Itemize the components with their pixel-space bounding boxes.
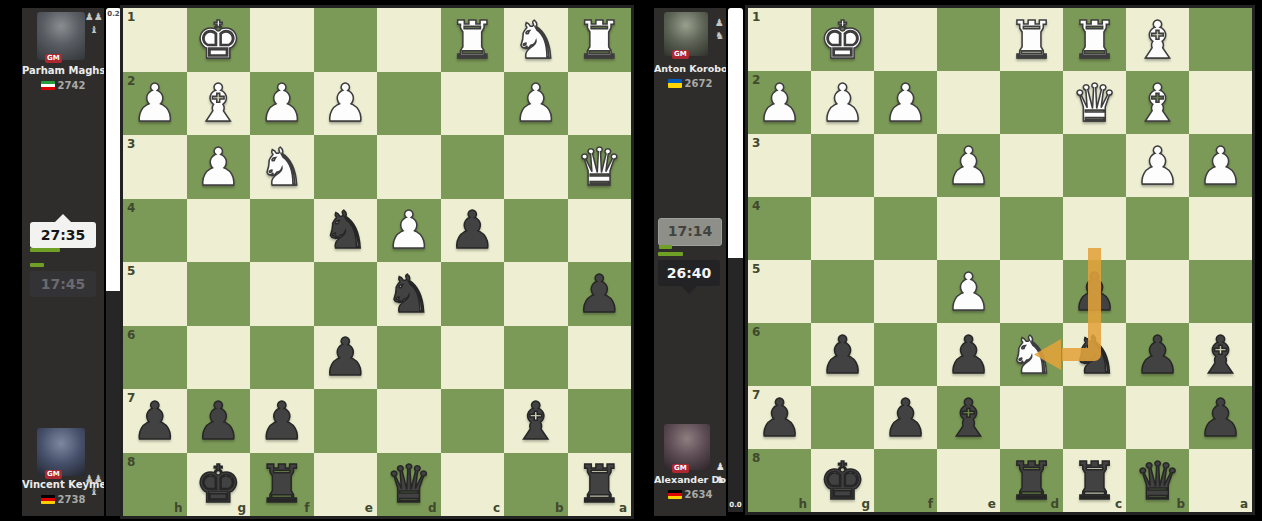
square-g7[interactable] [811, 386, 874, 449]
square-c7[interactable] [1063, 386, 1126, 449]
white-queen[interactable]: ♛ [576, 141, 623, 193]
square-h1[interactable]: 1 [123, 8, 187, 72]
square-c7[interactable] [441, 389, 505, 453]
square-h4[interactable]: 4 [748, 197, 811, 260]
square-c5[interactable]: ♟ [1063, 260, 1126, 323]
player-rating-top: 2672 [654, 78, 726, 89]
player-name-bottom[interactable]: Vincent Keymer [22, 479, 104, 490]
clock-white-player: 27:35 [30, 222, 96, 248]
rank-label-8: 8 [752, 452, 760, 464]
gm-title-badge: GM [45, 54, 62, 63]
file-label-f: f [928, 498, 933, 510]
square-g2[interactable]: ♝ [187, 72, 251, 136]
white-queen[interactable]: ♛ [1071, 77, 1118, 129]
square-d1[interactable] [377, 8, 441, 72]
black-pawn[interactable]: ♟ [1197, 392, 1244, 444]
captured-pawn-icon: ♟ [715, 16, 724, 29]
captured-pawns-icon: ♟♟ [85, 10, 103, 23]
square-c3[interactable] [1063, 134, 1126, 197]
player-photo-bottom[interactable]: GM [664, 424, 710, 470]
player-panel-left: GM ♟♟ ♝ Parham Maghs… 2742 27:35 17:45 G… [22, 8, 104, 516]
square-a1[interactable]: ♜ [568, 8, 632, 72]
rank-label-5: 5 [752, 263, 760, 275]
black-knight[interactable]: ♞ [322, 204, 369, 256]
white-pawn[interactable]: ♟ [258, 77, 305, 129]
square-g3[interactable]: ♟ [187, 135, 251, 199]
square-f8[interactable]: f♜ [250, 453, 314, 517]
square-c8[interactable]: c♜ [1063, 449, 1126, 512]
rank-label-1: 1 [127, 11, 135, 23]
black-knight[interactable]: ♞ [1071, 329, 1118, 381]
gm-title-badge: GM [672, 464, 689, 473]
black-pawn[interactable]: ♟ [449, 204, 496, 256]
square-a5[interactable]: ♟ [568, 262, 632, 326]
white-pawn[interactable]: ♟ [756, 77, 803, 129]
square-d6[interactable] [377, 326, 441, 390]
square-e6[interactable]: ♟ [314, 326, 378, 390]
gm-title-badge: GM [672, 50, 689, 59]
square-b7[interactable]: ♝ [504, 389, 568, 453]
rank-label-5: 5 [127, 265, 135, 277]
flag-ukraine-icon [668, 79, 682, 88]
white-king[interactable]: ♚ [195, 14, 242, 66]
black-queen[interactable]: ♛ [385, 458, 432, 510]
square-e3[interactable] [314, 135, 378, 199]
square-h8[interactable]: 8h [123, 453, 187, 517]
square-d8[interactable]: d♜ [1000, 449, 1063, 512]
square-a2[interactable] [568, 72, 632, 136]
evaluation-value: 0.0 [728, 501, 743, 509]
square-d1[interactable]: ♜ [1000, 8, 1063, 71]
square-a3[interactable]: ♛ [568, 135, 632, 199]
square-b4[interactable] [504, 199, 568, 263]
square-d6[interactable]: ♞ [1000, 323, 1063, 386]
player-name-top[interactable]: Parham Maghs… [22, 65, 104, 76]
white-king[interactable]: ♚ [819, 14, 866, 66]
square-h8[interactable]: 8h [748, 449, 811, 512]
evaluation-value: 0.2 [106, 10, 121, 18]
square-g5[interactable] [187, 262, 251, 326]
square-e5[interactable]: ♟ [937, 260, 1000, 323]
square-c2[interactable]: ♛ [1063, 71, 1126, 134]
square-f1[interactable] [874, 8, 937, 71]
square-a2[interactable] [1189, 71, 1252, 134]
evaluation-bar: 0.2 [106, 8, 121, 516]
square-c3[interactable] [441, 135, 505, 199]
square-e2[interactable] [937, 71, 1000, 134]
square-a5[interactable] [1189, 260, 1252, 323]
square-d4[interactable]: ♟ [377, 199, 441, 263]
black-pawn[interactable]: ♟ [322, 331, 369, 383]
square-e7[interactable] [314, 389, 378, 453]
evaluation-white-fill [728, 8, 743, 258]
black-pawn[interactable]: ♟ [819, 329, 866, 381]
white-knight[interactable]: ♞ [258, 141, 305, 193]
square-g2[interactable]: ♟ [811, 71, 874, 134]
square-a8[interactable]: a [1189, 449, 1252, 512]
square-g7[interactable]: ♟ [187, 389, 251, 453]
player-panel-right: GM ♟ ♞ Anton Korobov 2672 17:14 26:40 GM… [654, 8, 726, 516]
square-c6[interactable] [441, 326, 505, 390]
square-c5[interactable] [441, 262, 505, 326]
white-rook[interactable]: ♜ [1008, 14, 1055, 66]
square-d3[interactable] [1000, 134, 1063, 197]
file-label-c: c [493, 502, 500, 514]
square-g4[interactable] [187, 199, 251, 263]
square-d2[interactable] [1000, 71, 1063, 134]
square-f6[interactable] [250, 326, 314, 390]
rank-label-3: 3 [127, 138, 135, 150]
evaluation-white-fill [106, 8, 121, 291]
square-h3[interactable]: 3 [748, 134, 811, 197]
square-f1[interactable] [250, 8, 314, 72]
white-pawn[interactable]: ♟ [1134, 140, 1181, 192]
square-a4[interactable] [1189, 197, 1252, 260]
square-h6[interactable]: 6 [123, 326, 187, 390]
square-c2[interactable] [441, 72, 505, 136]
black-king[interactable]: ♚ [819, 455, 866, 507]
square-f6[interactable] [874, 323, 937, 386]
clock-black-player: 17:45 [30, 271, 96, 297]
white-pawn[interactable]: ♟ [945, 140, 992, 192]
square-e8[interactable]: e [937, 449, 1000, 512]
square-b5[interactable] [1126, 260, 1189, 323]
black-bishop[interactable]: ♝ [945, 392, 992, 444]
black-king[interactable]: ♚ [195, 458, 242, 510]
square-d8[interactable]: d♛ [377, 453, 441, 517]
square-b3[interactable] [504, 135, 568, 199]
square-e8[interactable]: e [314, 453, 378, 517]
square-a8[interactable]: a♜ [568, 453, 632, 517]
square-h2[interactable]: 2♟ [748, 71, 811, 134]
square-b4[interactable] [1126, 197, 1189, 260]
square-d2[interactable] [377, 72, 441, 136]
square-a7[interactable]: ♟ [1189, 386, 1252, 449]
file-label-e: e [365, 502, 373, 514]
white-pawn[interactable]: ♟ [512, 77, 559, 129]
square-a6[interactable] [568, 326, 632, 390]
square-b6[interactable] [504, 326, 568, 390]
square-b1[interactable]: ♝ [1126, 8, 1189, 71]
black-rook[interactable]: ♜ [1008, 455, 1055, 507]
square-e5[interactable] [314, 262, 378, 326]
white-pawn[interactable]: ♟ [945, 266, 992, 318]
square-e7[interactable]: ♝ [937, 386, 1000, 449]
square-c6[interactable]: ♞ [1063, 323, 1126, 386]
square-h4[interactable]: 4 [123, 199, 187, 263]
black-pawn[interactable]: ♟ [576, 268, 623, 320]
square-b2[interactable]: ♝ [1126, 71, 1189, 134]
square-f7[interactable]: ♟ [250, 389, 314, 453]
white-pawn[interactable]: ♟ [819, 77, 866, 129]
square-f3[interactable]: ♞ [250, 135, 314, 199]
square-b3[interactable]: ♟ [1126, 134, 1189, 197]
square-g6[interactable] [187, 326, 251, 390]
square-g3[interactable] [811, 134, 874, 197]
black-pawn[interactable]: ♟ [1071, 266, 1118, 318]
white-pawn[interactable]: ♟ [195, 141, 242, 193]
white-knight[interactable]: ♞ [1008, 329, 1055, 381]
rank-label-1: 1 [752, 11, 760, 23]
clock-white-player: 17:14 [658, 218, 722, 246]
white-rook[interactable]: ♜ [1071, 14, 1118, 66]
square-d5[interactable] [1000, 260, 1063, 323]
black-pawn[interactable]: ♟ [1134, 329, 1181, 381]
black-pawn[interactable]: ♟ [756, 392, 803, 444]
square-b8[interactable]: b♛ [1126, 449, 1189, 512]
white-pawn[interactable]: ♟ [385, 204, 432, 256]
square-e3[interactable]: ♟ [937, 134, 1000, 197]
square-f4[interactable] [250, 199, 314, 263]
captured-pawn-icon: ♟ [716, 460, 725, 473]
black-bishop[interactable]: ♝ [512, 395, 559, 447]
square-c4[interactable] [1063, 197, 1126, 260]
active-clock-pointer-icon [55, 214, 71, 222]
square-h7[interactable]: 7♟ [748, 386, 811, 449]
black-pawn[interactable]: ♟ [131, 395, 178, 447]
chess-board-game-1[interactable]: 1♚♜♞♜2♟♝♟♟♟3♟♞♛4♞♟♟5♞♟6♟7♟♟♟♝8hg♚f♜ed♛cb… [123, 8, 631, 516]
square-c8[interactable]: c [441, 453, 505, 517]
square-e6[interactable]: ♟ [937, 323, 1000, 386]
square-b5[interactable] [504, 262, 568, 326]
evaluation-bar: 0.0 [728, 8, 743, 512]
square-a4[interactable] [568, 199, 632, 263]
square-h3[interactable]: 3 [123, 135, 187, 199]
square-e1[interactable] [314, 8, 378, 72]
square-a1[interactable] [1189, 8, 1252, 71]
player-photo-bottom[interactable]: GM [37, 428, 85, 476]
square-d3[interactable] [377, 135, 441, 199]
black-pawn[interactable]: ♟ [195, 395, 242, 447]
file-label-b: b [555, 502, 564, 514]
square-e4[interactable] [937, 197, 1000, 260]
white-rook[interactable]: ♜ [576, 14, 623, 66]
black-knight[interactable]: ♞ [385, 268, 432, 320]
square-b7[interactable] [1126, 386, 1189, 449]
square-h5[interactable]: 5 [123, 262, 187, 326]
square-g8[interactable]: g♚ [187, 453, 251, 517]
flag-germany-icon [41, 495, 55, 504]
black-pawn[interactable]: ♟ [882, 392, 929, 444]
square-g1[interactable]: ♚ [811, 8, 874, 71]
player-photo-top[interactable]: GM [37, 12, 85, 60]
file-label-h: h [174, 502, 183, 514]
square-h7[interactable]: 7♟ [123, 389, 187, 453]
square-f4[interactable] [874, 197, 937, 260]
rank-label-6: 6 [127, 329, 135, 341]
white-bishop[interactable]: ♝ [195, 77, 242, 129]
white-pawn[interactable]: ♟ [1197, 140, 1244, 192]
square-d5[interactable]: ♞ [377, 262, 441, 326]
player-name-top[interactable]: Anton Korobov [654, 63, 726, 74]
square-d7[interactable] [377, 389, 441, 453]
square-g4[interactable] [811, 197, 874, 260]
captured-pieces-top: ♟♟ ♝ [85, 10, 103, 36]
square-b2[interactable]: ♟ [504, 72, 568, 136]
player-name-bottom[interactable]: Alexander Donc… [654, 474, 726, 485]
captured-knight-icon: ♞ [715, 29, 724, 42]
square-b6[interactable]: ♟ [1126, 323, 1189, 386]
active-clock-pointer-icon [681, 286, 697, 294]
square-f5[interactable] [874, 260, 937, 323]
white-rook[interactable]: ♜ [449, 14, 496, 66]
rank-label-4: 4 [752, 200, 760, 212]
file-label-e: e [988, 498, 996, 510]
square-a7[interactable] [568, 389, 632, 453]
square-f2[interactable]: ♟ [250, 72, 314, 136]
black-pawn[interactable]: ♟ [258, 395, 305, 447]
square-a3[interactable]: ♟ [1189, 134, 1252, 197]
square-h2[interactable]: 2♟ [123, 72, 187, 136]
square-e4[interactable]: ♞ [314, 199, 378, 263]
white-pawn[interactable]: ♟ [322, 77, 369, 129]
player-rating-bottom: 2738 [22, 494, 104, 505]
square-g1[interactable]: ♚ [187, 8, 251, 72]
square-f5[interactable] [250, 262, 314, 326]
player-rating-top: 2742 [22, 80, 104, 91]
captured-bishop-icon: ♝ [85, 23, 103, 36]
square-d7[interactable] [1000, 386, 1063, 449]
square-b8[interactable]: b [504, 453, 568, 517]
black-rook[interactable]: ♜ [576, 458, 623, 510]
black-pawn[interactable]: ♟ [945, 329, 992, 381]
white-pawn[interactable]: ♟ [882, 77, 929, 129]
white-bishop[interactable]: ♝ [1134, 77, 1181, 129]
flag-iran-icon [41, 81, 55, 90]
square-g8[interactable]: g♚ [811, 449, 874, 512]
clock-progress-bar [30, 263, 44, 267]
flag-germany-icon [668, 490, 682, 499]
white-knight[interactable]: ♞ [512, 14, 559, 66]
square-c1[interactable]: ♜ [441, 8, 505, 72]
rank-label-8: 8 [127, 456, 135, 468]
white-bishop[interactable]: ♝ [1134, 14, 1181, 66]
square-e2[interactable]: ♟ [314, 72, 378, 136]
player-rating-bottom: 2634 [654, 489, 726, 500]
square-h6[interactable]: 6 [748, 323, 811, 386]
black-rook[interactable]: ♜ [258, 458, 305, 510]
clock-black-player: 26:40 [658, 260, 720, 286]
black-queen[interactable]: ♛ [1134, 455, 1181, 507]
black-rook[interactable]: ♜ [1071, 455, 1118, 507]
clock-progress-bar [659, 245, 672, 249]
square-d4[interactable] [1000, 197, 1063, 260]
player-photo-top[interactable]: GM [664, 12, 708, 56]
square-f2[interactable]: ♟ [874, 71, 937, 134]
chess-board-game-2[interactable]: 1♚♜♜♝2♟♟♟♛♝3♟♟♟45♟♟6♟♟♞♞♟♝7♟♟♝♟8hg♚fed♜c… [748, 8, 1252, 512]
square-c1[interactable]: ♜ [1063, 8, 1126, 71]
square-h5[interactable]: 5 [748, 260, 811, 323]
file-label-h: h [798, 498, 807, 510]
square-f8[interactable]: f [874, 449, 937, 512]
captured-pieces-top: ♟ ♞ [715, 16, 724, 42]
black-bishop[interactable]: ♝ [1197, 329, 1244, 381]
gm-title-badge: GM [45, 470, 62, 479]
square-f3[interactable] [874, 134, 937, 197]
rank-label-3: 3 [752, 137, 760, 149]
clock-progress-bar [658, 252, 683, 256]
square-b1[interactable]: ♞ [504, 8, 568, 72]
square-a6[interactable]: ♝ [1189, 323, 1252, 386]
square-g6[interactable]: ♟ [811, 323, 874, 386]
square-h1[interactable]: 1 [748, 8, 811, 71]
clock-progress-bar [30, 248, 60, 252]
rank-label-6: 6 [752, 326, 760, 338]
white-pawn[interactable]: ♟ [131, 77, 178, 129]
file-label-a: a [1240, 498, 1248, 510]
rank-label-4: 4 [127, 202, 135, 214]
square-g5[interactable] [811, 260, 874, 323]
square-c4[interactable]: ♟ [441, 199, 505, 263]
square-f7[interactable]: ♟ [874, 386, 937, 449]
square-e1[interactable] [937, 8, 1000, 71]
